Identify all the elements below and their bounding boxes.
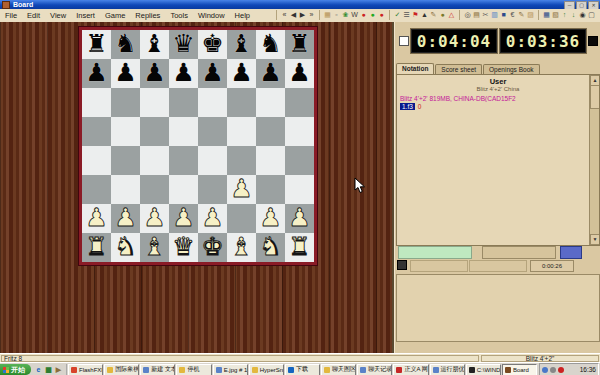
engine-status-icon <box>397 260 407 270</box>
taskbar-button-icon <box>252 367 258 373</box>
square-f2[interactable] <box>227 204 256 233</box>
white-knight[interactable]: ♞ <box>256 233 285 262</box>
square-f6[interactable] <box>227 88 256 117</box>
square-d8[interactable]: ♛ <box>169 30 198 59</box>
square-d5[interactable] <box>169 117 198 146</box>
taskbar-button-label: HyperSnap 6 <box>260 367 284 373</box>
square-b4[interactable] <box>111 146 140 175</box>
square-g5[interactable] <box>256 117 285 146</box>
square-c4[interactable] <box>140 146 169 175</box>
taskbar-button-运行朋优-6[interactable]: 运行朋优_6 <box>430 364 465 375</box>
square-c1[interactable]: ♝ <box>140 233 169 262</box>
square-e1[interactable]: ♚ <box>198 233 227 262</box>
square-a3[interactable] <box>82 175 111 204</box>
new-game-icon[interactable]: ▦ <box>323 10 332 20</box>
square-e5[interactable] <box>198 117 227 146</box>
square-f1[interactable]: ♝ <box>227 233 256 262</box>
notation-scrollbar[interactable]: ▲ ▼ <box>589 75 599 245</box>
annotate-icon[interactable]: ✎ <box>429 10 438 20</box>
move-time: 0 <box>418 103 422 110</box>
square-c2[interactable]: ♟ <box>140 204 169 233</box>
engine-input-box[interactable] <box>482 246 556 259</box>
black-pawn[interactable]: ♟ <box>285 59 314 88</box>
menu-help[interactable]: Help <box>230 10 255 22</box>
taskbar-button-icon <box>505 367 511 373</box>
black-rook[interactable]: ♜ <box>82 30 111 59</box>
taskbar-button-label: 聊天记录 4 <box>368 365 392 374</box>
square-b1[interactable]: ♞ <box>111 233 140 262</box>
menu-file[interactable]: File <box>0 10 22 22</box>
tray-clock: 16:36 <box>580 366 596 373</box>
white-king[interactable]: ♚ <box>198 233 227 262</box>
taskbar-button-icon <box>324 367 330 373</box>
ok-icon[interactable]: ✓ <box>393 10 402 20</box>
square-d1[interactable]: ♛ <box>169 233 198 262</box>
open-icon[interactable]: ▨ <box>526 10 535 20</box>
square-b3[interactable] <box>111 175 140 204</box>
square-h6[interactable] <box>285 88 314 117</box>
taskbar-button-label: FlashFXP <box>79 367 103 373</box>
panel-icon[interactable]: ■ <box>499 10 508 20</box>
square-a6[interactable] <box>82 88 111 117</box>
black-pawn[interactable]: ♟ <box>82 59 111 88</box>
flag-icon[interactable]: ⚑ <box>411 10 420 20</box>
taskbar-button-icon <box>71 367 77 373</box>
white-pawn[interactable]: ♟ <box>140 204 169 233</box>
right-panel: 0:04:04 0:03:36 NotationScore sheetOpeni… <box>392 22 600 353</box>
black-clock: 0:03:36 <box>499 28 587 54</box>
square-b6[interactable] <box>111 88 140 117</box>
search-icon[interactable]: ◎ <box>463 10 472 20</box>
taskbar-button-聊天图区[interactable]: 聊天图区 <box>321 364 356 375</box>
white-queen[interactable]: ♛ <box>169 233 198 262</box>
black-pawn[interactable]: ♟ <box>111 59 140 88</box>
system-tray: 16:36 <box>539 363 599 375</box>
black-pawn[interactable]: ♟ <box>140 59 169 88</box>
takeback-all-icon[interactable]: « <box>280 10 289 20</box>
taskbar-button-hypersnap-6[interactable]: HyperSnap 6 <box>249 364 284 375</box>
square-b7[interactable]: ♟ <box>111 59 140 88</box>
black-clock-indicator <box>588 36 598 46</box>
square-c3[interactable] <box>140 175 169 204</box>
menu-game[interactable]: Game <box>100 10 130 22</box>
fritz-application-window: Board ─ ▢ ✕ FileEditViewInsertGameReplie… <box>0 0 600 375</box>
square-c7[interactable]: ♟ <box>140 59 169 88</box>
taskbar-button-icon <box>288 367 294 373</box>
cut-icon[interactable]: ✂ <box>481 10 490 20</box>
player-quicklaunch-icon[interactable]: ▶ <box>54 365 63 374</box>
square-g7[interactable]: ♟ <box>256 59 285 88</box>
taskbar-button-label: Board <box>513 367 529 373</box>
square-h4[interactable] <box>285 146 314 175</box>
board-setup-icon[interactable]: ▫ <box>332 10 341 20</box>
square-f5[interactable] <box>227 117 256 146</box>
white-rook[interactable]: ♜ <box>285 233 314 262</box>
event-name: Blitz 4'+2' China <box>397 86 599 92</box>
taskbar-button-停机[interactable]: 停机 <box>176 364 211 375</box>
title-bar: Board ─ ▢ ✕ <box>0 0 600 9</box>
square-e6[interactable] <box>198 88 227 117</box>
square-d3[interactable] <box>169 175 198 204</box>
black-pawn[interactable]: ♟ <box>169 59 198 88</box>
window-icon[interactable]: ▢ <box>587 10 596 20</box>
list-icon[interactable]: ☰ <box>402 10 411 20</box>
taskbar-button-icon <box>360 367 366 373</box>
engine-countdown: 0:00:26 <box>530 260 574 272</box>
taskbar-button-label: 运行朋优_6 <box>441 365 465 374</box>
black-pawn[interactable]: ♟ <box>256 59 285 88</box>
square-g4[interactable] <box>256 146 285 175</box>
white-move-icon[interactable]: W <box>350 10 359 20</box>
warn-icon[interactable]: △ <box>447 10 456 20</box>
white-pawn[interactable]: ♟ <box>285 204 314 233</box>
game-info-line: Blitz 4'+2' 819MB, CHINA-DB(CAD15F2 <box>400 95 596 102</box>
white-rook[interactable]: ♜ <box>82 233 111 262</box>
chess-board[interactable]: ♜♞♝♛♚♝♞♜♟♟♟♟♟♟♟♟♟♟♟♟♟♟♟♟♜♞♝♛♚♝♞♜ <box>82 30 314 262</box>
square-h1[interactable]: ♜ <box>285 233 314 262</box>
square-e8[interactable]: ♚ <box>198 30 227 59</box>
engine-field-2 <box>469 260 527 272</box>
white-pawn[interactable]: ♟ <box>256 204 285 233</box>
network-tray-icon[interactable] <box>542 367 548 373</box>
selected-move[interactable]: 1.f3 <box>400 103 415 110</box>
black-queen[interactable]: ♛ <box>169 30 198 59</box>
scroll-down-icon[interactable]: ▼ <box>590 234 600 245</box>
shop-icon[interactable]: € <box>508 10 517 20</box>
taskbar-button-c-windows[interactable]: C:\WINDOWS <box>466 364 501 375</box>
taskbar-button-label: 停机 <box>187 365 199 374</box>
forward-icon[interactable]: ▶ <box>298 10 307 20</box>
square-e7[interactable]: ♟ <box>198 59 227 88</box>
black-pawn[interactable]: ♟ <box>227 59 256 88</box>
status-left: Fritz 8 <box>1 355 479 362</box>
save-icon[interactable]: ▦ <box>542 10 551 20</box>
square-g2[interactable]: ♟ <box>256 204 285 233</box>
white-pawn[interactable]: ♟ <box>169 204 198 233</box>
scroll-thumb[interactable] <box>590 85 600 109</box>
taskbar-button-board[interactable]: Board <box>502 364 537 375</box>
white-bishop[interactable]: ♝ <box>227 233 256 262</box>
square-d4[interactable] <box>169 146 198 175</box>
taskbar-button-icon <box>107 367 113 373</box>
square-h2[interactable]: ♟ <box>285 204 314 233</box>
taskbar-button-label: 国际象棋单机 <box>115 365 139 374</box>
notation-panel: User Blitz 4'+2' China Blitz 4'+2' 819MB… <box>396 74 600 246</box>
white-pawn[interactable]: ♟ <box>82 204 111 233</box>
volume-tray-icon[interactable] <box>550 367 556 373</box>
alert-tray-icon[interactable] <box>558 367 564 373</box>
mouse-cursor <box>354 177 366 194</box>
taskbar-button-icon <box>216 367 222 373</box>
taskbar-button-icon <box>143 367 149 373</box>
player-name: User <box>397 77 599 86</box>
windows-logo-icon <box>3 367 9 373</box>
square-h3[interactable] <box>285 175 314 204</box>
engine-field-1 <box>410 260 468 272</box>
square-h5[interactable] <box>285 117 314 146</box>
menu-bar: FileEditViewInsertGameRepliesToolsWindow… <box>0 9 600 23</box>
database-icon[interactable]: ▤ <box>472 10 481 20</box>
record-icon[interactable]: ● <box>377 10 386 20</box>
engine-progress-box <box>398 246 472 259</box>
square-c5[interactable] <box>140 117 169 146</box>
black-bishop[interactable]: ♝ <box>140 30 169 59</box>
takeback-icon[interactable]: ◀ <box>289 10 298 20</box>
black-knight[interactable]: ♞ <box>111 30 140 59</box>
menu-tools[interactable]: Tools <box>165 10 193 22</box>
square-d6[interactable] <box>169 88 198 117</box>
task-buttons: FlashFXP国际象棋单机新建 文本...停机E.jpg # 10...Hyp… <box>67 364 538 375</box>
taskbar-button-label: 下载 <box>296 365 308 374</box>
arrow-down-icon[interactable]: ↓ <box>569 10 578 20</box>
forward-all-icon[interactable]: » <box>307 10 316 20</box>
menu-window[interactable]: Window <box>193 10 230 22</box>
windows-taskbar: 开始 e▦▶ FlashFXP国际象棋单机新建 文本...停机E.jpg # 1… <box>0 362 600 375</box>
square-f3[interactable]: ♟ <box>227 175 256 204</box>
taskbar-button-下载[interactable]: 下载 <box>285 364 320 375</box>
layout-icon[interactable]: ▥ <box>490 10 499 20</box>
square-c6[interactable] <box>140 88 169 117</box>
square-h7[interactable]: ♟ <box>285 59 314 88</box>
taskbar-button-新建-文本-[interactable]: 新建 文本... <box>140 364 175 375</box>
black-king[interactable]: ♚ <box>198 30 227 59</box>
taskbar-button-label: C:\WINDOWS <box>477 367 501 373</box>
square-d7[interactable]: ♟ <box>169 59 198 88</box>
black-knight[interactable]: ♞ <box>256 30 285 59</box>
black-bishop[interactable]: ♝ <box>227 30 256 59</box>
square-g1[interactable]: ♞ <box>256 233 285 262</box>
black-pawn[interactable]: ♟ <box>198 59 227 88</box>
wood-background: ♜♞♝♛♚♝♞♜♟♟♟♟♟♟♟♟♟♟♟♟♟♟♟♟♜♞♝♛♚♝♞♜ 0:04:04… <box>0 22 600 353</box>
white-clock: 0:04:04 <box>410 28 498 54</box>
square-a2[interactable]: ♟ <box>82 204 111 233</box>
menu-insert[interactable]: Insert <box>71 10 100 22</box>
square-a1[interactable]: ♜ <box>82 233 111 262</box>
square-b2[interactable]: ♟ <box>111 204 140 233</box>
square-g3[interactable] <box>256 175 285 204</box>
eval-icon[interactable]: ● <box>438 10 447 20</box>
square-c8[interactable]: ♝ <box>140 30 169 59</box>
engine-output-area <box>396 274 600 342</box>
find-icon[interactable]: ◉ <box>578 10 587 20</box>
square-e2[interactable]: ♟ <box>198 204 227 233</box>
desktop-quicklaunch-icon[interactable]: ▦ <box>44 365 53 374</box>
square-f7[interactable]: ♟ <box>227 59 256 88</box>
start-button[interactable]: 开始 <box>0 364 31 375</box>
black-rook[interactable]: ♜ <box>285 30 314 59</box>
square-a7[interactable]: ♟ <box>82 59 111 88</box>
taskbar-button-聊天记录-4[interactable]: 聊天记录 4 <box>357 364 392 375</box>
square-d2[interactable]: ♟ <box>169 204 198 233</box>
taskbar-button-icon <box>433 367 439 373</box>
white-knight[interactable]: ♞ <box>111 233 140 262</box>
taskbar-button-label: 新建 文本... <box>151 365 175 374</box>
engine-blue-button[interactable] <box>560 246 582 259</box>
square-e3[interactable] <box>198 175 227 204</box>
window-title: Board <box>13 0 33 9</box>
white-clock-indicator <box>399 36 409 46</box>
square-a4[interactable] <box>82 146 111 175</box>
taskbar-button-flashfxp[interactable]: FlashFXP <box>68 364 103 375</box>
taskbar-button-icon <box>469 367 475 373</box>
white-bishop[interactable]: ♝ <box>140 233 169 262</box>
taskbar-button-国际象棋单机[interactable]: 国际象棋单机 <box>104 364 139 375</box>
app-icon <box>2 1 10 9</box>
square-g8[interactable]: ♞ <box>256 30 285 59</box>
copy-icon[interactable]: ▧ <box>551 10 560 20</box>
engine-icon[interactable]: ❀ <box>341 10 350 20</box>
square-f4[interactable] <box>227 146 256 175</box>
white-pawn[interactable]: ♟ <box>227 175 256 204</box>
menu-edit[interactable]: Edit <box>22 10 45 22</box>
chess-board-frame: ♜♞♝♛♚♝♞♜♟♟♟♟♟♟♟♟♟♟♟♟♟♟♟♟♜♞♝♛♚♝♞♜ <box>79 27 317 265</box>
square-a5[interactable] <box>82 117 111 146</box>
menu-replies[interactable]: Replies <box>130 10 165 22</box>
taskbar-button-label: E.jpg # 10... <box>224 367 248 373</box>
taskbar-button-label: 聊天图区 <box>332 365 356 374</box>
toolbar: «◀▶»▦▫❀W●●●✓☰⚑▲✎●△◎▤✂▥■€✎▨▦▧↑↓◉▢ <box>276 9 599 21</box>
menu-view[interactable]: View <box>45 10 71 22</box>
square-h8[interactable]: ♜ <box>285 30 314 59</box>
quick-launch: e▦▶ <box>31 364 67 375</box>
arrow-up-icon[interactable]: ↑ <box>560 10 569 20</box>
move-list[interactable]: 1.f30 <box>400 103 596 110</box>
square-e4[interactable] <box>198 146 227 175</box>
taskbar-button-icon <box>396 367 402 373</box>
taskbar-button-icon <box>179 367 185 373</box>
go-icon[interactable]: ● <box>368 10 377 20</box>
taskbar-button-e-jpg-10-[interactable]: E.jpg # 10... <box>213 364 248 375</box>
white-pawn[interactable]: ♟ <box>198 204 227 233</box>
square-a8[interactable]: ♜ <box>82 30 111 59</box>
taskbar-button-正义a-网[interactable]: 正义A 网 <box>393 364 428 375</box>
status-right: Blitz 4'+2" <box>481 355 599 362</box>
up-icon[interactable]: ▲ <box>420 10 429 20</box>
square-b5[interactable] <box>111 117 140 146</box>
taskbar-button-label: 正义A 网 <box>404 365 427 374</box>
ie-quicklaunch-icon[interactable]: e <box>34 365 43 374</box>
stop-icon[interactable]: ● <box>359 10 368 20</box>
square-g6[interactable] <box>256 88 285 117</box>
square-f8[interactable]: ♝ <box>227 30 256 59</box>
white-pawn[interactable]: ♟ <box>111 204 140 233</box>
edit-icon[interactable]: ✎ <box>517 10 526 20</box>
square-b8[interactable]: ♞ <box>111 30 140 59</box>
